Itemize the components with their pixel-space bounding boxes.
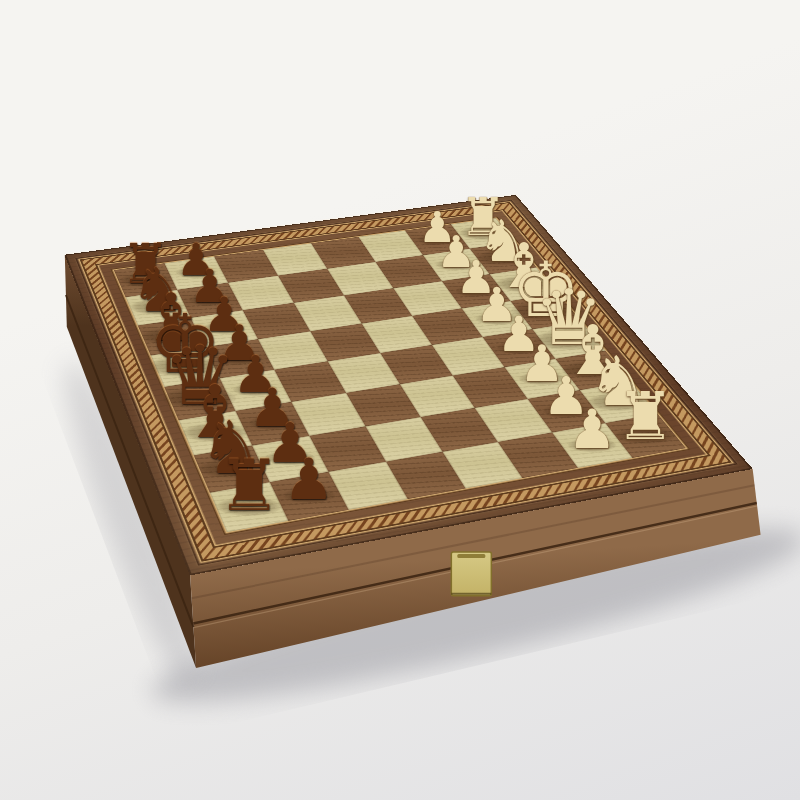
piece-black-rook[interactable]: ♜ <box>217 451 280 522</box>
piece-black-pawn[interactable]: ♟ <box>283 451 334 508</box>
brass-latch <box>451 552 491 596</box>
piece-white-pawn[interactable]: ♟ <box>568 403 617 457</box>
piece-white-rook[interactable]: ♜ <box>616 384 675 450</box>
product-photo-scene: ♜♞♝♛♚♝♞♜♟♟♟♟♟♟♟♟♟♟♟♟♟♟♟♟♜♞♝♛♚♝♞♜ <box>0 0 800 800</box>
latch-keeper-slot <box>457 554 485 558</box>
